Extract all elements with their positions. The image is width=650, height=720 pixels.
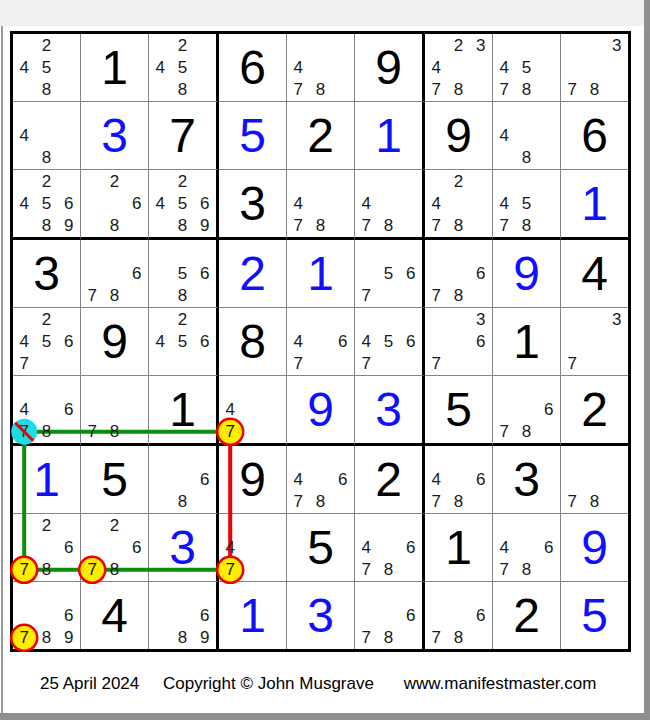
candidate-8-r3c6: 8	[377, 215, 399, 237]
candidates-r3c8: 4578	[493, 170, 560, 237]
candidate-7-r5c1: 7	[13, 353, 35, 375]
candidate-6-r6c8: 6	[538, 398, 560, 420]
cell-r3c2[interactable]: 268	[81, 170, 149, 240]
candidates-r9c6: 678	[355, 582, 422, 649]
candidate-4-r1c1: 4	[13, 56, 35, 78]
cell-r2c9[interactable]: 6	[561, 102, 628, 170]
solved-digit-r4c5: 1	[307, 250, 334, 298]
candidate-5-r4c6: 5	[377, 262, 399, 284]
candidate-4-r7c5: 4	[287, 468, 309, 490]
candidate-6-r9c3: 6	[194, 604, 216, 626]
candidate-3-r5c7: 3	[470, 308, 492, 330]
given-digit-r7c8: 3	[513, 456, 540, 504]
candidate-6-r7c7: 6	[470, 468, 492, 490]
cell-r8c4[interactable]: 47	[219, 514, 287, 582]
candidates-r4c3: 568	[149, 240, 216, 307]
cell-r6c3[interactable]: 1	[149, 376, 219, 446]
candidates-r9c1: 6789	[13, 582, 80, 649]
cell-r5c6[interactable]: 4567	[355, 308, 425, 376]
candidate-5-r3c3: 5	[171, 192, 193, 214]
cell-r5c7[interactable]: 367	[425, 308, 493, 376]
given-digit-r1c6: 9	[375, 44, 402, 92]
cell-r3c1[interactable]: 245689	[13, 170, 81, 240]
candidate-8-r1c8: 8	[515, 79, 537, 101]
candidate-9-r3c3: 9	[194, 215, 216, 237]
given-digit-r9c8: 2	[513, 592, 540, 640]
candidate-8-r2c8: 8	[515, 147, 537, 169]
candidate-5-r5c3: 5	[171, 330, 193, 352]
window-bottom-edge	[0, 713, 650, 720]
given-digit-r5c4: 8	[239, 318, 266, 366]
cell-r4c5[interactable]: 1	[287, 240, 355, 308]
candidate-2-r3c1: 2	[35, 170, 57, 192]
cell-r2c8[interactable]: 48	[493, 102, 561, 170]
candidates-r3c3: 245689	[149, 170, 216, 237]
candidate-7-r3c8: 7	[493, 215, 515, 237]
cell-r8c8[interactable]: 4678	[493, 514, 561, 582]
candidate-5-r4c3: 5	[171, 262, 193, 284]
cell-r9c6[interactable]: 678	[355, 582, 425, 649]
candidate-7-r7c9: 7	[561, 491, 583, 513]
candidate-4-r6c1: 4	[13, 398, 35, 420]
candidates-r3c2: 268	[81, 170, 148, 237]
cell-r8c9[interactable]: 9	[561, 514, 628, 582]
cell-r6c7[interactable]: 5	[425, 376, 493, 446]
given-digit-r2c3: 7	[169, 112, 196, 160]
cell-r5c5[interactable]: 467	[287, 308, 355, 376]
candidate-2-r5c1: 2	[35, 308, 57, 330]
candidate-7-r9c7: 7	[425, 627, 447, 649]
candidate-4-r5c5: 4	[287, 330, 309, 352]
candidate-8-r3c7: 8	[447, 215, 469, 237]
candidate-6-r4c6: 6	[400, 262, 422, 284]
cell-r2c3[interactable]: 7	[149, 102, 219, 170]
candidates-r7c3: 68	[149, 446, 216, 513]
solved-digit-r3c9: 1	[581, 180, 608, 228]
candidate-4-r5c1: 4	[13, 330, 35, 352]
candidate-7-r1c5: 7	[287, 79, 309, 101]
cell-r5c2[interactable]: 9	[81, 308, 149, 376]
candidate-6-r8c8: 6	[538, 536, 560, 558]
candidate-2-r3c3: 2	[171, 170, 193, 192]
candidates-r7c5: 4678	[287, 446, 354, 513]
cell-r2c4[interactable]: 5	[219, 102, 287, 170]
candidate-5-r5c1: 5	[35, 330, 57, 352]
candidates-r5c6: 4567	[355, 308, 422, 375]
cell-r7c7[interactable]: 4678	[425, 446, 493, 514]
given-digit-r3c4: 3	[239, 180, 266, 228]
candidate-3-r1c9: 3	[606, 34, 628, 56]
candidate-8-r3c2: 8	[103, 215, 125, 237]
cell-r1c6[interactable]: 9	[355, 34, 425, 102]
candidate-4-r8c4: 4	[219, 536, 241, 558]
cell-r5c3[interactable]: 2456	[149, 308, 219, 376]
candidates-r9c7: 678	[425, 582, 492, 649]
candidate-7-r9c1: 7	[13, 627, 35, 649]
candidate-8-r7c7: 8	[447, 491, 469, 513]
given-digit-r6c3: 1	[169, 386, 196, 434]
given-digit-r2c5: 2	[307, 112, 334, 160]
candidate-6-r9c7: 6	[470, 604, 492, 626]
candidate-4-r5c3: 4	[149, 330, 171, 352]
candidate-7-r3c7: 7	[425, 215, 447, 237]
candidate-7-r6c1: 7	[13, 421, 35, 443]
candidate-4-r2c8: 4	[493, 124, 515, 146]
candidate-2-r8c1: 2	[35, 514, 57, 536]
candidates-r5c3: 2456	[149, 308, 216, 375]
candidate-7-r1c7: 7	[425, 79, 447, 101]
given-digit-r1c2: 1	[101, 44, 128, 92]
cell-r8c7[interactable]: 1	[425, 514, 493, 582]
solved-digit-r9c9: 5	[581, 592, 608, 640]
given-digit-r7c4: 9	[239, 456, 266, 504]
cell-r1c3[interactable]: 2458	[149, 34, 219, 102]
candidates-r5c1: 24567	[13, 308, 80, 375]
cell-r7c2[interactable]: 5	[81, 446, 149, 514]
candidate-8-r1c3: 8	[171, 79, 193, 101]
candidate-6-r3c1: 6	[58, 192, 80, 214]
candidate-2-r3c2: 2	[103, 170, 125, 192]
cell-r3c7[interactable]: 2478	[425, 170, 493, 240]
cell-r6c5[interactable]: 9	[287, 376, 355, 446]
cell-r7c3[interactable]: 68	[149, 446, 219, 514]
candidate-7-r3c6: 7	[355, 215, 377, 237]
candidate-4-r5c6: 4	[355, 330, 377, 352]
candidates-r1c5: 478	[287, 34, 354, 101]
candidates-r6c8: 678	[493, 376, 560, 443]
candidate-8-r7c5: 8	[309, 491, 331, 513]
candidate-8-r4c2: 8	[103, 285, 125, 307]
candidate-7-r8c2: 7	[81, 559, 103, 581]
candidate-4-r1c8: 4	[493, 56, 515, 78]
given-digit-r8c5: 5	[307, 524, 334, 572]
candidate-6-r5c6: 6	[400, 330, 422, 352]
candidate-7-r8c8: 7	[493, 559, 515, 581]
candidate-8-r7c3: 8	[171, 491, 193, 513]
candidate-7-r8c4: 7	[219, 559, 241, 581]
solved-digit-r9c5: 3	[307, 592, 334, 640]
candidates-r4c7: 678	[425, 240, 492, 307]
candidate-6-r4c2: 6	[126, 262, 148, 284]
candidates-r5c7: 367	[425, 308, 492, 375]
candidates-r1c1: 2458	[13, 34, 80, 101]
cell-r7c5[interactable]: 4678	[287, 446, 355, 514]
candidates-r1c3: 2458	[149, 34, 216, 101]
candidate-2-r5c3: 2	[171, 308, 193, 330]
cell-r9c5[interactable]: 3	[287, 582, 355, 649]
candidate-6-r3c2: 6	[126, 192, 148, 214]
solved-digit-r2c2: 3	[101, 112, 128, 160]
candidate-4-r3c7: 4	[425, 192, 447, 214]
candidate-7-r7c7: 7	[425, 491, 447, 513]
candidate-8-r1c1: 8	[35, 79, 57, 101]
candidate-6-r7c3: 6	[194, 468, 216, 490]
cell-r2c1[interactable]: 48	[13, 102, 81, 170]
cell-r9c7[interactable]: 678	[425, 582, 493, 649]
cell-r4c2[interactable]: 678	[81, 240, 149, 308]
candidate-8-r1c9: 8	[583, 79, 605, 101]
candidate-6-r3c3: 6	[194, 192, 216, 214]
candidate-6-r8c6: 6	[400, 536, 422, 558]
cell-r1c7[interactable]: 23478	[425, 34, 493, 102]
candidates-r1c9: 378	[561, 34, 628, 101]
candidate-8-r4c7: 8	[447, 285, 469, 307]
candidate-2-r1c1: 2	[35, 34, 57, 56]
cell-r5c8[interactable]: 1	[493, 308, 561, 376]
candidate-6-r9c1: 6	[58, 604, 80, 626]
cell-r6c9[interactable]: 2	[561, 376, 628, 446]
candidate-9-r3c1: 9	[58, 215, 80, 237]
candidate-6-r5c5: 6	[332, 330, 354, 352]
candidate-4-r1c3: 4	[149, 56, 171, 78]
candidate-7-r6c2: 7	[81, 421, 103, 443]
solved-digit-r9c4: 1	[239, 592, 266, 640]
candidate-4-r3c8: 4	[493, 192, 515, 214]
candidate-7-r6c4: 7	[219, 421, 241, 443]
candidates-r8c4: 47	[219, 514, 286, 581]
given-digit-r2c7: 9	[445, 112, 472, 160]
candidate-5-r3c1: 5	[35, 192, 57, 214]
solved-digit-r2c4: 5	[239, 112, 266, 160]
candidates-r1c7: 23478	[425, 34, 492, 101]
candidate-5-r3c8: 5	[515, 192, 537, 214]
given-digit-r1c4: 6	[239, 44, 266, 92]
window-left-edge	[1, 26, 3, 713]
candidates-r7c9: 78	[561, 446, 628, 513]
candidate-8-r8c6: 8	[377, 559, 399, 581]
cell-r2c7[interactable]: 9	[425, 102, 493, 170]
cell-r9c4[interactable]: 1	[219, 582, 287, 649]
solved-digit-r4c8: 9	[513, 250, 540, 298]
candidate-8-r3c8: 8	[515, 215, 537, 237]
candidate-7-r3c5: 7	[287, 215, 309, 237]
cell-r1c5[interactable]: 478	[287, 34, 355, 102]
candidate-6-r6c1: 6	[58, 398, 80, 420]
candidate-8-r9c6: 8	[377, 627, 399, 649]
candidate-9-r9c1: 9	[58, 627, 80, 649]
candidate-6-r8c1: 6	[58, 536, 80, 558]
given-digit-r6c9: 2	[581, 386, 608, 434]
given-digit-r4c9: 4	[581, 250, 608, 298]
cell-r4c9[interactable]: 4	[561, 240, 628, 308]
candidate-8-r2c1: 8	[35, 147, 57, 169]
cell-r3c6[interactable]: 478	[355, 170, 425, 240]
candidates-r6c2: 78	[81, 376, 148, 443]
candidates-r8c8: 4678	[493, 514, 560, 581]
solved-digit-r7c1: 1	[33, 456, 60, 504]
candidate-3-r5c9: 3	[606, 308, 628, 330]
candidate-4-r1c5: 4	[287, 56, 309, 78]
solved-digit-r8c9: 9	[581, 524, 608, 572]
candidate-7-r4c6: 7	[355, 285, 377, 307]
footer-copyright: Copyright © John Musgrave	[163, 674, 374, 694]
cell-r8c3[interactable]: 3	[149, 514, 219, 582]
candidate-7-r8c6: 7	[355, 559, 377, 581]
candidate-4-r1c7: 4	[425, 56, 447, 78]
cell-r6c2[interactable]: 78	[81, 376, 149, 446]
cell-r3c4[interactable]: 3	[219, 170, 287, 240]
candidate-5-r1c8: 5	[515, 56, 537, 78]
cell-r7c8[interactable]: 3	[493, 446, 561, 514]
cell-r5c9[interactable]: 37	[561, 308, 628, 376]
candidate-5-r1c3: 5	[171, 56, 193, 78]
candidate-7-r6c8: 7	[493, 421, 515, 443]
candidate-4-r2c1: 4	[13, 124, 35, 146]
candidate-6-r4c3: 6	[194, 262, 216, 284]
solved-digit-r8c3: 3	[169, 524, 196, 572]
given-digit-r5c8: 1	[513, 318, 540, 366]
cell-r7c1[interactable]: 1	[13, 446, 81, 514]
candidate-6-r8c2: 6	[126, 536, 148, 558]
candidate-6-r5c3: 6	[194, 330, 216, 352]
candidate-8-r7c9: 8	[583, 491, 605, 513]
given-digit-r4c1: 3	[33, 250, 60, 298]
cell-r4c1[interactable]: 3	[13, 240, 81, 308]
candidate-3-r1c7: 3	[470, 34, 492, 56]
given-digit-r8c7: 1	[445, 524, 472, 572]
candidate-7-r1c9: 7	[561, 79, 583, 101]
cell-r4c7[interactable]: 678	[425, 240, 493, 308]
candidate-8-r8c8: 8	[515, 559, 537, 581]
cell-r2c2[interactable]: 3	[81, 102, 149, 170]
candidates-r3c5: 478	[287, 170, 354, 237]
cell-r1c2[interactable]: 1	[81, 34, 149, 102]
candidate-8-r9c7: 8	[447, 627, 469, 649]
given-digit-r5c2: 9	[101, 318, 128, 366]
candidate-7-r4c2: 7	[81, 285, 103, 307]
candidate-4-r3c6: 4	[355, 192, 377, 214]
cell-r7c6[interactable]: 2	[355, 446, 425, 514]
candidate-7-r9c6: 7	[355, 627, 377, 649]
cell-r6c4[interactable]: 47	[219, 376, 287, 446]
candidate-5-r5c6: 5	[377, 330, 399, 352]
candidate-8-r3c5: 8	[309, 215, 331, 237]
candidates-r3c6: 478	[355, 170, 422, 237]
candidate-8-r8c1: 8	[35, 559, 57, 581]
candidates-r9c3: 689	[149, 582, 216, 649]
candidate-7-r5c6: 7	[355, 353, 377, 375]
cell-r3c8[interactable]: 4578	[493, 170, 561, 240]
cell-r4c4[interactable]: 2	[219, 240, 287, 308]
cell-r8c1[interactable]: 2678	[13, 514, 81, 582]
cell-r9c9[interactable]: 5	[561, 582, 628, 649]
solved-digit-r4c4: 2	[239, 250, 266, 298]
candidates-r2c1: 48	[13, 102, 80, 169]
candidate-8-r9c1: 8	[35, 627, 57, 649]
candidate-8-r4c3: 8	[171, 285, 193, 307]
cell-r2c5[interactable]: 2	[287, 102, 355, 170]
cell-r1c4[interactable]: 6	[219, 34, 287, 102]
cell-r6c1[interactable]: 4678	[13, 376, 81, 446]
footer-website: www.manifestmaster.com	[404, 674, 597, 694]
candidate-7-r5c5: 7	[287, 353, 309, 375]
candidates-r4c2: 678	[81, 240, 148, 307]
candidate-6-r5c7: 6	[470, 330, 492, 352]
cell-r9c8[interactable]: 2	[493, 582, 561, 649]
candidate-7-r1c8: 7	[493, 79, 515, 101]
cell-r7c4[interactable]: 9	[219, 446, 287, 514]
candidates-r6c4: 47	[219, 376, 286, 443]
candidates-r1c8: 4578	[493, 34, 560, 101]
given-digit-r6c7: 5	[445, 386, 472, 434]
candidate-4-r3c3: 4	[149, 192, 171, 214]
candidate-6-r5c1: 6	[58, 330, 80, 352]
cell-r1c9[interactable]: 378	[561, 34, 628, 102]
window-top-strip	[0, 0, 650, 26]
given-digit-r7c2: 5	[101, 456, 128, 504]
candidate-7-r5c7: 7	[425, 353, 447, 375]
candidates-r2c8: 48	[493, 102, 560, 169]
candidate-6-r9c6: 6	[400, 604, 422, 626]
solved-digit-r6c5: 9	[307, 386, 334, 434]
candidate-2-r3c7: 2	[447, 170, 469, 192]
candidates-r3c7: 2478	[425, 170, 492, 237]
candidate-8-r3c1: 8	[35, 215, 57, 237]
cell-r6c6[interactable]: 3	[355, 376, 425, 446]
candidate-6-r7c5: 6	[332, 468, 354, 490]
candidate-8-r1c7: 8	[447, 79, 469, 101]
given-digit-r2c9: 6	[581, 112, 608, 160]
cell-r8c5[interactable]: 5	[287, 514, 355, 582]
sudoku-board: 2458124586478923478457837848375219486245…	[10, 31, 631, 652]
candidates-r5c9: 37	[561, 308, 628, 375]
candidate-9-r9c3: 9	[194, 627, 216, 649]
cell-r7c9[interactable]: 78	[561, 446, 628, 514]
cell-r3c5[interactable]: 478	[287, 170, 355, 240]
candidate-2-r1c7: 2	[447, 34, 469, 56]
cell-r1c8[interactable]: 4578	[493, 34, 561, 102]
cell-r3c9[interactable]: 1	[561, 170, 628, 240]
candidate-4-r7c7: 4	[425, 468, 447, 490]
candidate-6-r4c7: 6	[470, 262, 492, 284]
candidate-8-r9c3: 8	[171, 627, 193, 649]
candidate-4-r6c4: 4	[219, 398, 241, 420]
cell-r4c6[interactable]: 567	[355, 240, 425, 308]
candidate-4-r3c5: 4	[287, 192, 309, 214]
candidates-r8c2: 2678	[81, 514, 148, 581]
cell-r9c1[interactable]: 6789	[13, 582, 81, 649]
cell-r5c1[interactable]: 24567	[13, 308, 81, 376]
candidates-r7c7: 4678	[425, 446, 492, 513]
candidate-7-r8c1: 7	[13, 559, 35, 581]
candidate-2-r8c2: 2	[103, 514, 125, 536]
candidates-r5c5: 467	[287, 308, 354, 375]
cell-r8c2[interactable]: 2678	[81, 514, 149, 582]
candidates-r8c1: 2678	[13, 514, 80, 581]
candidates-r3c1: 245689	[13, 170, 80, 237]
cell-r6c8[interactable]: 678	[493, 376, 561, 446]
cell-r8c6[interactable]: 4678	[355, 514, 425, 582]
cell-r1c1[interactable]: 2458	[13, 34, 81, 102]
cell-r9c2[interactable]: 4	[81, 582, 149, 649]
cell-r3c3[interactable]: 245689	[149, 170, 219, 240]
candidate-8-r6c2: 8	[103, 421, 125, 443]
cell-r4c3[interactable]: 568	[149, 240, 219, 308]
cell-r4c8[interactable]: 9	[493, 240, 561, 308]
cell-r5c4[interactable]: 8	[219, 308, 287, 376]
candidate-2-r1c3: 2	[171, 34, 193, 56]
footer: 25 April 2024 Copyright © John Musgrave …	[40, 674, 596, 694]
candidate-8-r8c2: 8	[103, 559, 125, 581]
candidate-4-r8c8: 4	[493, 536, 515, 558]
window-right-edge	[644, 0, 650, 720]
solved-digit-r2c6: 1	[375, 112, 402, 160]
candidate-7-r7c5: 7	[287, 491, 309, 513]
cell-r9c3[interactable]: 689	[149, 582, 219, 649]
cell-r2c6[interactable]: 1	[355, 102, 425, 170]
candidate-8-r6c8: 8	[515, 421, 537, 443]
candidates-r4c6: 567	[355, 240, 422, 307]
